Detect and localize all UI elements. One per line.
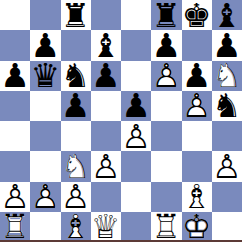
square-b7[interactable]: ♟ (30, 30, 60, 60)
square-c2[interactable]: ♟♙ (61, 182, 91, 212)
square-f8[interactable]: ♜ (151, 0, 181, 30)
square-g7[interactable] (182, 30, 212, 60)
square-a4[interactable] (0, 121, 30, 151)
piece-white-bishop[interactable]: ♝♗ (182, 182, 212, 212)
piece-white-knight[interactable]: ♞♘ (61, 151, 91, 181)
piece-white-pawn[interactable]: ♟♙ (121, 121, 151, 151)
square-f7[interactable]: ♟ (151, 30, 181, 60)
square-h3[interactable]: ♟♙ (212, 151, 242, 181)
square-f4[interactable] (151, 121, 181, 151)
square-a5[interactable] (0, 91, 30, 121)
square-b3[interactable] (30, 151, 60, 181)
square-c4[interactable] (61, 121, 91, 151)
piece-white-rook[interactable]: ♜♖ (0, 212, 30, 242)
square-b1[interactable] (30, 212, 60, 242)
piece-black-knight[interactable]: ♞ (61, 61, 91, 91)
piece-black-bishop[interactable]: ♝ (212, 0, 242, 30)
square-f1[interactable]: ♜♖ (151, 212, 181, 242)
square-b2[interactable]: ♟♙ (30, 182, 60, 212)
square-f6[interactable]: ♟♙ (151, 61, 181, 91)
square-c8[interactable]: ♜ (61, 0, 91, 30)
square-h4[interactable] (212, 121, 242, 151)
square-c7[interactable] (61, 30, 91, 60)
square-b4[interactable] (30, 121, 60, 151)
piece-black-bishop[interactable]: ♝ (91, 30, 121, 60)
square-c1[interactable]: ♝♗ (61, 212, 91, 242)
square-h2[interactable] (212, 182, 242, 212)
square-a6[interactable]: ♟ (0, 61, 30, 91)
square-d3[interactable]: ♟♙ (91, 151, 121, 181)
square-a8[interactable] (0, 0, 30, 30)
square-d1[interactable]: ♛♕ (91, 212, 121, 242)
chess-board: ♜♜♚♝♟♝♟♟♟♛♞♟♟♙♟♞♘♟♟♟♙♞♟♙♞♘♟♙♟♙♟♙♟♙♟♙♝♗♜♖… (0, 0, 242, 242)
piece-white-pawn[interactable]: ♟♙ (0, 182, 30, 212)
square-c6[interactable]: ♞ (61, 61, 91, 91)
square-e2[interactable] (121, 182, 151, 212)
piece-black-pawn[interactable]: ♟ (30, 30, 60, 60)
square-d5[interactable] (91, 91, 121, 121)
square-g1[interactable]: ♚♔ (182, 212, 212, 242)
piece-white-pawn[interactable]: ♟♙ (61, 182, 91, 212)
square-e7[interactable] (121, 30, 151, 60)
square-g3[interactable] (182, 151, 212, 181)
square-a7[interactable] (0, 30, 30, 60)
piece-black-pawn[interactable]: ♟ (61, 91, 91, 121)
piece-black-pawn[interactable]: ♟ (212, 30, 242, 60)
piece-black-rook[interactable]: ♜ (151, 0, 181, 30)
square-b5[interactable] (30, 91, 60, 121)
piece-black-pawn[interactable]: ♟ (151, 30, 181, 60)
square-e8[interactable] (121, 0, 151, 30)
piece-white-pawn[interactable]: ♟♙ (91, 151, 121, 181)
square-f2[interactable] (151, 182, 181, 212)
square-e1[interactable] (121, 212, 151, 242)
piece-white-pawn[interactable]: ♟♙ (182, 91, 212, 121)
square-f3[interactable] (151, 151, 181, 181)
square-d7[interactable]: ♝ (91, 30, 121, 60)
piece-black-pawn[interactable]: ♟ (91, 61, 121, 91)
square-c3[interactable]: ♞♘ (61, 151, 91, 181)
square-d8[interactable] (91, 0, 121, 30)
square-d4[interactable] (91, 121, 121, 151)
square-h7[interactable]: ♟ (212, 30, 242, 60)
square-b8[interactable] (30, 0, 60, 30)
square-f5[interactable] (151, 91, 181, 121)
square-g2[interactable]: ♝♗ (182, 182, 212, 212)
square-g8[interactable]: ♚ (182, 0, 212, 30)
square-b6[interactable]: ♛ (30, 61, 60, 91)
chess-board-screenshot: ♜♜♚♝♟♝♟♟♟♛♞♟♟♙♟♞♘♟♟♟♙♞♟♙♞♘♟♙♟♙♟♙♟♙♟♙♝♗♜♖… (0, 0, 242, 242)
piece-white-pawn[interactable]: ♟♙ (30, 182, 60, 212)
piece-black-pawn[interactable]: ♟ (182, 61, 212, 91)
square-e5[interactable]: ♟ (121, 91, 151, 121)
piece-black-rook[interactable]: ♜ (61, 0, 91, 30)
piece-white-bishop[interactable]: ♝♗ (61, 212, 91, 242)
square-a2[interactable]: ♟♙ (0, 182, 30, 212)
square-e6[interactable] (121, 61, 151, 91)
square-h1[interactable] (212, 212, 242, 242)
square-g4[interactable] (182, 121, 212, 151)
square-c5[interactable]: ♟ (61, 91, 91, 121)
square-h6[interactable]: ♞♘ (212, 61, 242, 91)
square-a3[interactable] (0, 151, 30, 181)
square-e3[interactable] (121, 151, 151, 181)
piece-white-queen[interactable]: ♛♕ (91, 212, 121, 242)
piece-black-pawn[interactable]: ♟ (0, 61, 30, 91)
piece-white-pawn[interactable]: ♟♙ (212, 151, 242, 181)
piece-black-pawn[interactable]: ♟ (121, 91, 151, 121)
square-a1[interactable]: ♜♖ (0, 212, 30, 242)
square-g6[interactable]: ♟ (182, 61, 212, 91)
piece-black-queen[interactable]: ♛ (30, 61, 60, 91)
piece-black-knight[interactable]: ♞ (212, 91, 242, 121)
square-h5[interactable]: ♞ (212, 91, 242, 121)
piece-white-rook[interactable]: ♜♖ (151, 212, 181, 242)
piece-black-king[interactable]: ♚ (182, 0, 212, 30)
square-d2[interactable] (91, 182, 121, 212)
square-d6[interactable]: ♟ (91, 61, 121, 91)
piece-white-pawn[interactable]: ♟♙ (151, 61, 181, 91)
square-g5[interactable]: ♟♙ (182, 91, 212, 121)
piece-white-knight[interactable]: ♞♘ (212, 61, 242, 91)
piece-white-king[interactable]: ♚♔ (182, 212, 212, 242)
square-e4[interactable]: ♟♙ (121, 121, 151, 151)
square-h8[interactable]: ♝ (212, 0, 242, 30)
